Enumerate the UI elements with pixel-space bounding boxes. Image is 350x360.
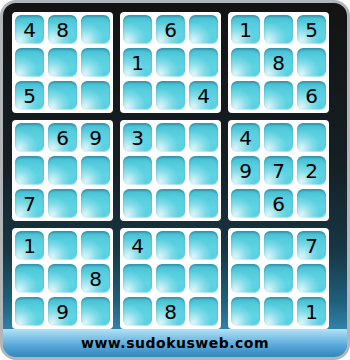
cell-r3c1[interactable]: 5	[15, 81, 44, 110]
cell-r3c7[interactable]	[231, 81, 260, 110]
cell-digit: 6	[164, 20, 177, 40]
block-1-2: 614	[120, 12, 221, 113]
cell-r5c4[interactable]	[123, 156, 152, 185]
cell-r9c2[interactable]: 9	[48, 297, 77, 326]
board-frame: 48561415866973497261894871 www.sudokuswe…	[0, 0, 350, 360]
cell-digit: 8	[89, 269, 102, 289]
cell-r9c9[interactable]: 1	[297, 297, 326, 326]
cell-r6c3[interactable]	[81, 189, 110, 218]
cell-digit: 3	[131, 128, 144, 148]
cell-digit: 1	[23, 236, 36, 256]
cell-digit: 4	[239, 128, 252, 148]
cell-r7c7[interactable]	[231, 231, 260, 260]
cell-r6c7[interactable]	[231, 189, 260, 218]
cell-r7c8[interactable]	[264, 231, 293, 260]
cell-r2c2[interactable]	[48, 48, 77, 77]
cell-r2c8[interactable]: 8	[264, 48, 293, 77]
cell-r1c7[interactable]: 1	[231, 15, 260, 44]
cell-r2c4[interactable]: 1	[123, 48, 152, 77]
cell-r7c2[interactable]	[48, 231, 77, 260]
cell-r3c9[interactable]: 6	[297, 81, 326, 110]
cell-r3c3[interactable]	[81, 81, 110, 110]
cell-r9c6[interactable]	[189, 297, 218, 326]
cell-r8c5[interactable]	[156, 264, 185, 293]
cell-r8c7[interactable]	[231, 264, 260, 293]
cell-r3c8[interactable]	[264, 81, 293, 110]
cell-r8c3[interactable]: 8	[81, 264, 110, 293]
cell-digit: 5	[23, 86, 36, 106]
cell-digit: 7	[305, 236, 318, 256]
cell-r4c4[interactable]: 3	[123, 123, 152, 152]
sudoku-board: 48561415866973497261894871	[3, 3, 347, 329]
cell-r5c5[interactable]	[156, 156, 185, 185]
cell-digit: 4	[131, 236, 144, 256]
cell-r4c9[interactable]	[297, 123, 326, 152]
cell-r2c6[interactable]	[189, 48, 218, 77]
cell-digit: 1	[305, 302, 318, 322]
cell-digit: 6	[305, 86, 318, 106]
cell-r8c6[interactable]	[189, 264, 218, 293]
block-1-3: 1586	[228, 12, 329, 113]
cell-digit: 6	[56, 128, 69, 148]
cell-r8c9[interactable]	[297, 264, 326, 293]
cell-r3c4[interactable]	[123, 81, 152, 110]
cell-r8c1[interactable]	[15, 264, 44, 293]
cell-r9c5[interactable]: 8	[156, 297, 185, 326]
cell-r6c4[interactable]	[123, 189, 152, 218]
cell-r3c5[interactable]	[156, 81, 185, 110]
cell-r9c4[interactable]	[123, 297, 152, 326]
cell-r5c6[interactable]	[189, 156, 218, 185]
cell-r4c1[interactable]	[15, 123, 44, 152]
cell-r4c7[interactable]: 4	[231, 123, 260, 152]
cell-r7c1[interactable]: 1	[15, 231, 44, 260]
cell-r1c2[interactable]: 8	[48, 15, 77, 44]
cell-digit: 4	[23, 20, 36, 40]
cell-r2c1[interactable]	[15, 48, 44, 77]
block-2-1: 697	[12, 120, 113, 221]
cell-digit: 8	[164, 302, 177, 322]
cell-digit: 1	[131, 53, 144, 73]
cell-r9c8[interactable]	[264, 297, 293, 326]
cell-r7c4[interactable]: 4	[123, 231, 152, 260]
cell-digit: 5	[305, 20, 318, 40]
cell-digit: 4	[197, 86, 210, 106]
cell-r1c1[interactable]: 4	[15, 15, 44, 44]
cell-digit: 9	[89, 128, 102, 148]
cell-r6c9[interactable]	[297, 189, 326, 218]
cell-r4c6[interactable]	[189, 123, 218, 152]
cell-r3c2[interactable]	[48, 81, 77, 110]
cell-r4c8[interactable]	[264, 123, 293, 152]
cell-r8c8[interactable]	[264, 264, 293, 293]
footer-url[interactable]: www.sudokusweb.com	[81, 335, 269, 351]
cell-r6c1[interactable]: 7	[15, 189, 44, 218]
cell-r5c3[interactable]	[81, 156, 110, 185]
cell-r2c7[interactable]	[231, 48, 260, 77]
cell-digit: 8	[56, 20, 69, 40]
block-3-3: 71	[228, 228, 329, 329]
cell-r1c9[interactable]: 5	[297, 15, 326, 44]
cell-r1c6[interactable]	[189, 15, 218, 44]
cell-r5c7[interactable]: 9	[231, 156, 260, 185]
block-1-1: 485	[12, 12, 113, 113]
block-3-1: 189	[12, 228, 113, 329]
cell-r4c2[interactable]: 6	[48, 123, 77, 152]
block-2-3: 49726	[228, 120, 329, 221]
cell-r1c3[interactable]	[81, 15, 110, 44]
cell-r9c1[interactable]	[15, 297, 44, 326]
cell-digit: 1	[239, 20, 252, 40]
cell-r5c8[interactable]: 7	[264, 156, 293, 185]
cell-r3c6[interactable]: 4	[189, 81, 218, 110]
cell-r1c8[interactable]	[264, 15, 293, 44]
cell-digit: 7	[272, 161, 285, 181]
cell-r5c1[interactable]	[15, 156, 44, 185]
cell-r7c5[interactable]	[156, 231, 185, 260]
cell-r9c7[interactable]	[231, 297, 260, 326]
cell-r5c9[interactable]: 2	[297, 156, 326, 185]
cell-r2c9[interactable]	[297, 48, 326, 77]
cell-r1c4[interactable]	[123, 15, 152, 44]
cell-r8c4[interactable]	[123, 264, 152, 293]
block-2-2: 3	[120, 120, 221, 221]
cell-r9c3[interactable]	[81, 297, 110, 326]
cell-r6c8[interactable]: 6	[264, 189, 293, 218]
cell-r4c3[interactable]: 9	[81, 123, 110, 152]
cell-r7c6[interactable]	[189, 231, 218, 260]
cell-r8c2[interactable]	[48, 264, 77, 293]
cell-r4c5[interactable]	[156, 123, 185, 152]
cell-r6c2[interactable]	[48, 189, 77, 218]
footer-bar: www.sudokusweb.com	[3, 329, 347, 357]
cell-digit: 7	[23, 194, 36, 214]
cell-r6c6[interactable]	[189, 189, 218, 218]
cell-digit: 2	[305, 161, 318, 181]
sudoku-widget: 48561415866973497261894871 www.sudokuswe…	[0, 0, 350, 360]
cell-r5c2[interactable]	[48, 156, 77, 185]
cell-digit: 6	[272, 194, 285, 214]
cell-r7c9[interactable]: 7	[297, 231, 326, 260]
cell-r2c3[interactable]	[81, 48, 110, 77]
cell-r7c3[interactable]	[81, 231, 110, 260]
cell-r2c5[interactable]	[156, 48, 185, 77]
cell-r1c5[interactable]: 6	[156, 15, 185, 44]
cell-digit: 8	[272, 53, 285, 73]
cell-r6c5[interactable]	[156, 189, 185, 218]
cell-digit: 9	[56, 302, 69, 322]
cell-digit: 9	[239, 161, 252, 181]
block-3-2: 48	[120, 228, 221, 329]
